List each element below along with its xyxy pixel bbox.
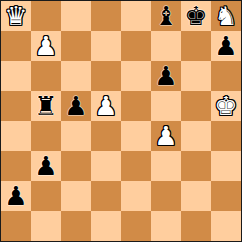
chess-board-container: ♛♝♚♞♟♟♟♜♟♟♚♟♟♟ [0, 0, 242, 242]
square-c5[interactable]: ♟ [61, 91, 91, 121]
square-h4[interactable] [211, 121, 241, 151]
black-pawn: ♟ [214, 31, 237, 61]
square-f4[interactable]: ♟ [151, 121, 181, 151]
black-pawn: ♟ [154, 61, 177, 91]
square-f1[interactable] [151, 211, 181, 241]
square-a3[interactable] [1, 151, 31, 181]
square-g8[interactable]: ♚ [181, 1, 211, 31]
square-c1[interactable] [61, 211, 91, 241]
square-h1[interactable] [211, 211, 241, 241]
square-g7[interactable] [181, 31, 211, 61]
square-e2[interactable] [121, 181, 151, 211]
square-c8[interactable] [61, 1, 91, 31]
square-b7[interactable]: ♟ [31, 31, 61, 61]
square-g3[interactable] [181, 151, 211, 181]
black-pawn: ♟ [64, 91, 87, 121]
square-e7[interactable] [121, 31, 151, 61]
square-a1[interactable] [1, 211, 31, 241]
white-queen: ♛ [4, 1, 27, 31]
square-d7[interactable] [91, 31, 121, 61]
black-rook: ♜ [34, 91, 57, 121]
black-king: ♚ [184, 1, 207, 31]
square-h3[interactable] [211, 151, 241, 181]
square-b5[interactable]: ♜ [31, 91, 61, 121]
square-f2[interactable] [151, 181, 181, 211]
white-pawn: ♟ [94, 91, 117, 121]
square-d3[interactable] [91, 151, 121, 181]
square-h7[interactable]: ♟ [211, 31, 241, 61]
square-b8[interactable] [31, 1, 61, 31]
square-h2[interactable] [211, 181, 241, 211]
square-b2[interactable] [31, 181, 61, 211]
square-b4[interactable] [31, 121, 61, 151]
square-b3[interactable]: ♟ [31, 151, 61, 181]
square-g5[interactable] [181, 91, 211, 121]
square-f6[interactable]: ♟ [151, 61, 181, 91]
white-pawn: ♟ [34, 31, 57, 61]
square-g2[interactable] [181, 181, 211, 211]
black-pawn: ♟ [4, 181, 27, 211]
square-a2[interactable]: ♟ [1, 181, 31, 211]
square-a7[interactable] [1, 31, 31, 61]
square-h5[interactable]: ♚ [211, 91, 241, 121]
square-e6[interactable] [121, 61, 151, 91]
black-pawn: ♟ [34, 151, 57, 181]
white-pawn: ♟ [154, 121, 177, 151]
square-a4[interactable] [1, 121, 31, 151]
square-e3[interactable] [121, 151, 151, 181]
square-b1[interactable] [31, 211, 61, 241]
square-d2[interactable] [91, 181, 121, 211]
square-f7[interactable] [151, 31, 181, 61]
square-a5[interactable] [1, 91, 31, 121]
square-a8[interactable]: ♛ [1, 1, 31, 31]
square-g4[interactable] [181, 121, 211, 151]
square-d8[interactable] [91, 1, 121, 31]
square-f8[interactable]: ♝ [151, 1, 181, 31]
square-d5[interactable]: ♟ [91, 91, 121, 121]
square-c2[interactable] [61, 181, 91, 211]
square-b6[interactable] [31, 61, 61, 91]
square-d4[interactable] [91, 121, 121, 151]
square-e8[interactable] [121, 1, 151, 31]
square-e1[interactable] [121, 211, 151, 241]
square-h6[interactable] [211, 61, 241, 91]
black-bishop: ♝ [154, 1, 177, 31]
square-g6[interactable] [181, 61, 211, 91]
square-g1[interactable] [181, 211, 211, 241]
square-c3[interactable] [61, 151, 91, 181]
square-c4[interactable] [61, 121, 91, 151]
chess-board: ♛♝♚♞♟♟♟♜♟♟♚♟♟♟ [0, 0, 242, 242]
square-f3[interactable] [151, 151, 181, 181]
white-king: ♚ [214, 91, 237, 121]
square-c7[interactable] [61, 31, 91, 61]
square-e5[interactable] [121, 91, 151, 121]
square-h8[interactable]: ♞ [211, 1, 241, 31]
square-e4[interactable] [121, 121, 151, 151]
square-f5[interactable] [151, 91, 181, 121]
square-d1[interactable] [91, 211, 121, 241]
white-knight: ♞ [214, 1, 237, 31]
square-c6[interactable] [61, 61, 91, 91]
square-a6[interactable] [1, 61, 31, 91]
square-d6[interactable] [91, 61, 121, 91]
